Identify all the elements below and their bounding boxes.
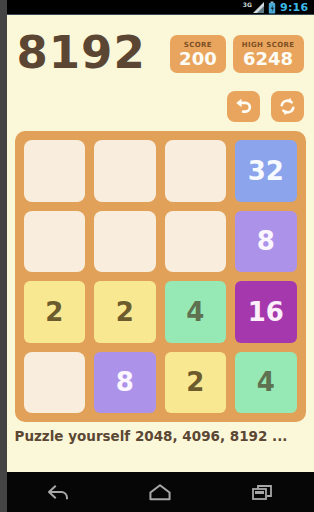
high-score-box: HIGH SCORE 6248 — [233, 35, 304, 73]
game-board[interactable]: 32 8 2 2 4 16 8 2 4 — [15, 131, 306, 422]
android-nav-bar — [7, 472, 314, 512]
tile-r3c2: 2 — [165, 352, 227, 414]
score-panel: SCORE 200 HIGH SCORE 6248 — [170, 35, 303, 73]
undo-button[interactable] — [227, 91, 260, 122]
tile-r0c1 — [94, 140, 156, 202]
high-score-value: 6248 — [242, 49, 295, 69]
tile-r0c2 — [165, 140, 227, 202]
signal-indicator: 3G — [243, 2, 264, 13]
recent-apps-icon — [247, 483, 277, 501]
tile-r2c3: 16 — [235, 281, 297, 343]
tile-r2c2: 4 — [165, 281, 227, 343]
tile-r1c0 — [24, 211, 86, 273]
restart-button[interactable] — [271, 91, 304, 122]
score-value: 200 — [179, 49, 217, 69]
toolbar — [7, 78, 314, 122]
status-bar: 3G 9:16 — [7, 0, 314, 15]
back-icon — [41, 483, 75, 501]
phone-screen: 3G 9:16 8192 SCORE 200 HIGH SCORE 6248 — [7, 0, 314, 512]
home-icon — [144, 483, 176, 501]
signal-strength-icon — [253, 2, 264, 13]
app-title: 8192 — [17, 28, 146, 78]
battery-icon — [268, 1, 276, 14]
tile-r1c3: 8 — [235, 211, 297, 273]
clock: 9:16 — [280, 1, 309, 14]
tile-r3c1: 8 — [94, 352, 156, 414]
undo-icon — [234, 97, 253, 116]
recents-button[interactable] — [247, 483, 277, 501]
tile-r1c2 — [165, 211, 227, 273]
tile-r2c0: 2 — [24, 281, 86, 343]
header: 8192 SCORE 200 HIGH SCORE 6248 — [7, 15, 314, 78]
tile-r3c0 — [24, 352, 86, 414]
tile-r3c3: 4 — [235, 352, 297, 414]
home-button[interactable] — [144, 483, 176, 501]
tile-r0c0 — [24, 140, 86, 202]
tile-r0c3: 32 — [235, 140, 297, 202]
back-button[interactable] — [41, 483, 75, 501]
network-type-label: 3G — [243, 2, 252, 8]
score-box: SCORE 200 — [170, 35, 226, 73]
refresh-icon — [278, 97, 297, 116]
app-tagline: Puzzle yourself 2048, 4096, 8192 ... — [15, 428, 306, 444]
tile-r1c1 — [94, 211, 156, 273]
tile-r2c1: 2 — [94, 281, 156, 343]
